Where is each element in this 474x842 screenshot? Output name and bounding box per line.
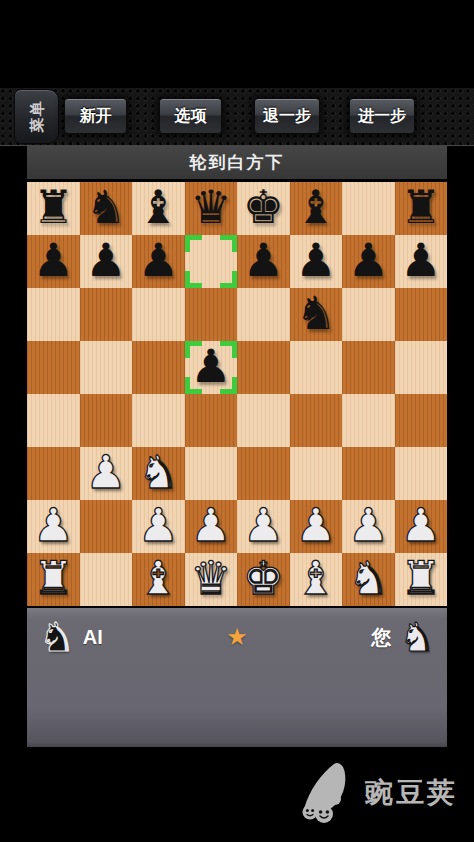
wandoujia-logo-text: 豌豆荚 — [365, 774, 458, 812]
black-pawn[interactable]: ♟ — [243, 237, 284, 283]
black-pawn[interactable]: ♟ — [33, 237, 74, 283]
square-e1[interactable]: ♚ — [237, 553, 290, 606]
white-pawn[interactable]: ♟ — [138, 502, 179, 548]
square-e6[interactable] — [237, 288, 290, 341]
black-bishop[interactable]: ♝ — [138, 184, 179, 230]
black-pawn[interactable]: ♟ — [295, 237, 336, 283]
black-rook[interactable]: ♜ — [33, 184, 74, 230]
white-pawn[interactable]: ♟ — [400, 502, 441, 548]
white-pawn[interactable]: ♟ — [295, 502, 336, 548]
square-a1[interactable]: ♜ — [27, 553, 80, 606]
white-bishop[interactable]: ♝ — [138, 555, 179, 601]
player-right-you: 您 ♞ — [371, 617, 435, 657]
square-g7[interactable]: ♟ — [342, 235, 395, 288]
square-d7[interactable] — [185, 235, 238, 288]
square-e7[interactable]: ♟ — [237, 235, 290, 288]
square-d6[interactable] — [185, 288, 238, 341]
square-c2[interactable]: ♟ — [132, 500, 185, 553]
square-e8[interactable]: ♚ — [237, 182, 290, 235]
player-left-ai: ♞ AI — [39, 617, 103, 657]
square-e4[interactable] — [237, 394, 290, 447]
black-knight[interactable]: ♞ — [295, 290, 336, 336]
black-rook[interactable]: ♜ — [400, 184, 441, 230]
square-a6[interactable] — [27, 288, 80, 341]
square-b8[interactable]: ♞ — [80, 182, 133, 235]
white-pawn[interactable]: ♟ — [243, 502, 284, 548]
ai-label: AI — [83, 626, 103, 649]
square-a2[interactable]: ♟ — [27, 500, 80, 553]
black-knight[interactable]: ♞ — [85, 184, 126, 230]
square-f7[interactable]: ♟ — [290, 235, 343, 288]
square-g1[interactable]: ♞ — [342, 553, 395, 606]
square-h6[interactable] — [395, 288, 448, 341]
square-a5[interactable] — [27, 341, 80, 394]
square-g4[interactable] — [342, 394, 395, 447]
square-b1[interactable] — [80, 553, 133, 606]
players-bar: ♞ AI ★ 您 ♞ — [27, 608, 447, 666]
white-knight[interactable]: ♞ — [348, 555, 389, 601]
bottom-panel: ♞ AI ★ 您 ♞ — [27, 608, 447, 747]
black-pawn[interactable]: ♟ — [348, 237, 389, 283]
square-g8[interactable] — [342, 182, 395, 235]
square-f4[interactable] — [290, 394, 343, 447]
toolbar: 菜单 新开 选项 退一步 进一步 — [0, 88, 474, 146]
you-label: 您 — [371, 624, 391, 651]
square-d4[interactable] — [185, 394, 238, 447]
wandoujia-watermark: 豌豆荚 — [298, 760, 458, 826]
app-screen: 菜单 新开 选项 退一步 进一步 轮到白方下 ♜♞♝♛♚♝♜♟♟♟♟♟♟♟♞♟♟… — [0, 0, 474, 842]
white-pawn[interactable]: ♟ — [348, 502, 389, 548]
move-highlight-d7 — [185, 235, 238, 288]
black-pawn[interactable]: ♟ — [85, 237, 126, 283]
square-a4[interactable] — [27, 394, 80, 447]
square-g2[interactable]: ♟ — [342, 500, 395, 553]
square-e3[interactable] — [237, 447, 290, 500]
turn-status-bar: 轮到白方下 — [27, 145, 447, 179]
white-king[interactable]: ♚ — [243, 555, 284, 601]
square-a3[interactable] — [27, 447, 80, 500]
black-queen[interactable]: ♛ — [190, 184, 231, 230]
square-b4[interactable] — [80, 394, 133, 447]
square-h1[interactable]: ♜ — [395, 553, 448, 606]
white-pawn[interactable]: ♟ — [85, 449, 126, 495]
square-c5[interactable] — [132, 341, 185, 394]
new-game-button[interactable]: 新开 — [64, 98, 127, 134]
white-pawn[interactable]: ♟ — [33, 502, 74, 548]
white-rook[interactable]: ♜ — [33, 555, 74, 601]
square-h5[interactable] — [395, 341, 448, 394]
chess-board[interactable]: ♜♞♝♛♚♝♜♟♟♟♟♟♟♟♞♟♟♞♟♟♟♟♟♟♟♜♝♛♚♝♞♜ — [27, 182, 447, 606]
black-king[interactable]: ♚ — [243, 184, 284, 230]
square-b5[interactable] — [80, 341, 133, 394]
square-f5[interactable] — [290, 341, 343, 394]
square-g5[interactable] — [342, 341, 395, 394]
square-f8[interactable]: ♝ — [290, 182, 343, 235]
black-bishop[interactable]: ♝ — [295, 184, 336, 230]
turn-status-text: 轮到白方下 — [190, 151, 285, 174]
step-forward-button[interactable]: 进一步 — [349, 98, 415, 134]
square-d1[interactable]: ♛ — [185, 553, 238, 606]
black-pawn[interactable]: ♟ — [190, 343, 231, 389]
square-d5[interactable]: ♟ — [185, 341, 238, 394]
square-c1[interactable]: ♝ — [132, 553, 185, 606]
white-pawn[interactable]: ♟ — [190, 502, 231, 548]
square-b2[interactable] — [80, 500, 133, 553]
peapod-icon — [298, 762, 358, 824]
square-h7[interactable]: ♟ — [395, 235, 448, 288]
square-e2[interactable]: ♟ — [237, 500, 290, 553]
menu-tab-label: 菜单 — [27, 101, 46, 133]
square-h4[interactable] — [395, 394, 448, 447]
square-h8[interactable]: ♜ — [395, 182, 448, 235]
square-b7[interactable]: ♟ — [80, 235, 133, 288]
square-f6[interactable]: ♞ — [290, 288, 343, 341]
square-d2[interactable]: ♟ — [185, 500, 238, 553]
white-rook[interactable]: ♜ — [400, 555, 441, 601]
square-f2[interactable]: ♟ — [290, 500, 343, 553]
square-b3[interactable]: ♟ — [80, 447, 133, 500]
square-c4[interactable] — [132, 394, 185, 447]
square-h3[interactable] — [395, 447, 448, 500]
black-knight-icon: ♞ — [39, 617, 75, 657]
step-back-button[interactable]: 退一步 — [254, 98, 320, 134]
square-g6[interactable] — [342, 288, 395, 341]
menu-tab[interactable]: 菜单 — [14, 89, 59, 144]
black-pawn[interactable]: ♟ — [138, 237, 179, 283]
square-a8[interactable]: ♜ — [27, 182, 80, 235]
square-f3[interactable] — [290, 447, 343, 500]
star-icon: ★ — [226, 625, 248, 649]
square-c8[interactable]: ♝ — [132, 182, 185, 235]
white-bishop[interactable]: ♝ — [295, 555, 336, 601]
square-d3[interactable] — [185, 447, 238, 500]
square-d8[interactable]: ♛ — [185, 182, 238, 235]
square-h2[interactable]: ♟ — [395, 500, 448, 553]
white-knight[interactable]: ♞ — [138, 449, 179, 495]
square-a7[interactable]: ♟ — [27, 235, 80, 288]
square-c7[interactable]: ♟ — [132, 235, 185, 288]
white-knight-icon: ♞ — [399, 617, 435, 657]
square-g3[interactable] — [342, 447, 395, 500]
square-e5[interactable] — [237, 341, 290, 394]
square-f1[interactable]: ♝ — [290, 553, 343, 606]
square-c3[interactable]: ♞ — [132, 447, 185, 500]
black-pawn[interactable]: ♟ — [400, 237, 441, 283]
square-c6[interactable] — [132, 288, 185, 341]
white-queen[interactable]: ♛ — [190, 555, 231, 601]
square-b6[interactable] — [80, 288, 133, 341]
options-button[interactable]: 选项 — [159, 98, 222, 134]
